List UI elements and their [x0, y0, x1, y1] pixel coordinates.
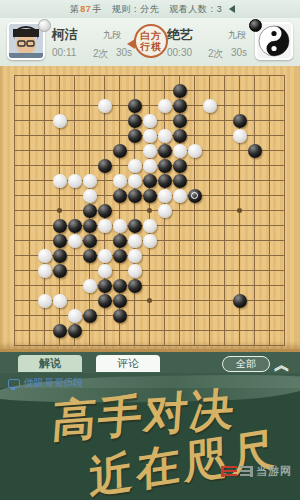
white-stone: [128, 249, 142, 263]
player-name-left: 柯洁: [52, 26, 78, 44]
black-stone: [53, 234, 67, 248]
black-stone: [113, 234, 127, 248]
black-stone: [128, 129, 142, 143]
black-stone: [128, 279, 142, 293]
white-stone: [53, 174, 67, 188]
tab-comments[interactable]: 评论: [96, 355, 160, 372]
white-stone: [38, 294, 52, 308]
black-stone: [113, 294, 127, 308]
white-stone: [113, 219, 127, 233]
star-point: [237, 208, 242, 213]
white-stone: [188, 144, 202, 158]
black-stone: [233, 114, 247, 128]
white-stone: [98, 249, 112, 263]
player-rank-left: 九段: [103, 29, 121, 42]
move-counter: 第87手: [70, 3, 102, 16]
black-stone: [128, 114, 142, 128]
white-stone: [128, 234, 142, 248]
black-stone: [98, 204, 112, 218]
top-status-bar: 第87手 规则：分先 观看人数：3: [0, 0, 300, 18]
black-stone: [83, 249, 97, 263]
bottom-panel: 解说 评论 全部 《 便眼哥哥(5段 高手对决 近在咫尺 当游网: [0, 352, 300, 500]
yinyang-icon: [257, 24, 291, 58]
white-stone: [68, 174, 82, 188]
black-stone: [83, 309, 97, 323]
black-stone: [53, 219, 67, 233]
player-info-bar: 柯洁 九段 00:11 2次 30s 白方 行棋 绝艺 九段 00:30 2次 …: [0, 18, 300, 67]
white-stone: [158, 189, 172, 203]
viewers-label: 观看人数：3: [169, 3, 222, 16]
commentary-entry[interactable]: 便眼哥哥(5段: [8, 376, 83, 390]
commentary-user: 便眼哥哥(5段: [24, 376, 83, 390]
black-stone: [143, 174, 157, 188]
black-stone: [113, 144, 127, 158]
black-stone: [128, 99, 142, 113]
go-board[interactable]: [0, 66, 300, 352]
black-stone: [68, 324, 82, 338]
white-stone: [173, 189, 187, 203]
black-stone: [158, 144, 172, 158]
black-stone: [158, 174, 172, 188]
chevron-up-icon[interactable]: 《: [271, 357, 290, 370]
go-grid[interactable]: [7, 68, 292, 353]
black-stone: [173, 174, 187, 188]
white-stone: [233, 129, 247, 143]
black-stone: [53, 324, 67, 338]
white-stone: [68, 234, 82, 248]
white-stone: [83, 189, 97, 203]
kejie-portrait: [9, 24, 43, 58]
last-move-marker: [191, 192, 198, 199]
white-stone: [38, 249, 52, 263]
white-stone: [158, 204, 172, 218]
white-stone: [83, 174, 97, 188]
black-stone: [83, 204, 97, 218]
black-stone: [83, 219, 97, 233]
black-stone: [113, 279, 127, 293]
black-stone: [173, 129, 187, 143]
all-filter-button[interactable]: 全部: [222, 356, 270, 372]
star-point: [147, 208, 152, 213]
white-stone: [203, 99, 217, 113]
white-stone: [98, 219, 112, 233]
black-stone: [68, 219, 82, 233]
black-stone: [173, 99, 187, 113]
main-time-right: 00:30: [167, 47, 192, 58]
black-stone: [98, 279, 112, 293]
byoyomi-length-right: 30s: [231, 47, 247, 58]
black-stone: [83, 234, 97, 248]
white-stone: [98, 99, 112, 113]
white-stone: [53, 114, 67, 128]
turn-seal: 白方 行棋: [134, 24, 168, 58]
white-stone: [83, 279, 97, 293]
rules-label: 规则：分先: [112, 3, 160, 16]
white-stone: [143, 159, 157, 173]
star-point: [147, 298, 152, 303]
broadcast-icon: [8, 379, 20, 388]
black-stone: [53, 264, 67, 278]
black-stone-indicator: [249, 19, 262, 32]
black-stone: [113, 189, 127, 203]
black-stone: [173, 84, 187, 98]
white-stone: [143, 129, 157, 143]
black-stone: [53, 249, 67, 263]
black-stone: [128, 189, 142, 203]
watermark-text: 当游网: [256, 464, 292, 479]
white-stone: [158, 129, 172, 143]
white-stone: [128, 174, 142, 188]
watermark: 当游网: [221, 464, 292, 479]
white-stone: [68, 309, 82, 323]
collapse-left-icon[interactable]: [229, 5, 235, 13]
byoyomi-periods-left: 2次: [93, 47, 109, 61]
main-time-left: 00:11: [52, 47, 76, 58]
black-stone: [158, 159, 172, 173]
star-point: [57, 208, 62, 213]
black-stone: [113, 249, 127, 263]
black-stone: [98, 159, 112, 173]
white-stone-indicator: [38, 19, 51, 32]
white-stone: [128, 264, 142, 278]
black-stone: [173, 159, 187, 173]
white-stone: [143, 114, 157, 128]
watermark-logo-icon2: [240, 466, 253, 477]
white-stone: [143, 234, 157, 248]
black-stone-last-move: [188, 189, 202, 203]
white-stone: [53, 294, 67, 308]
black-stone: [248, 144, 262, 158]
go-app-screen: 第87手 规则：分先 观看人数：3 柯洁 九段 00:11 2次 30s 白方 …: [0, 0, 300, 500]
white-stone: [128, 159, 142, 173]
black-stone: [98, 294, 112, 308]
watermark-logo-icon: [221, 466, 237, 477]
white-stone: [38, 264, 52, 278]
white-stone: [98, 264, 112, 278]
black-stone: [143, 189, 157, 203]
player-rank-right: 九段: [228, 29, 246, 42]
black-stone: [173, 114, 187, 128]
byoyomi-periods-right: 2次: [208, 47, 224, 61]
player-name-right: 绝艺: [167, 26, 193, 44]
black-stone: [113, 309, 127, 323]
white-stone: [143, 219, 157, 233]
white-stone: [158, 99, 172, 113]
white-stone: [143, 144, 157, 158]
black-stone: [128, 219, 142, 233]
white-stone: [173, 144, 187, 158]
white-stone: [113, 174, 127, 188]
black-stone: [233, 294, 247, 308]
tab-commentary[interactable]: 解说: [18, 355, 82, 372]
